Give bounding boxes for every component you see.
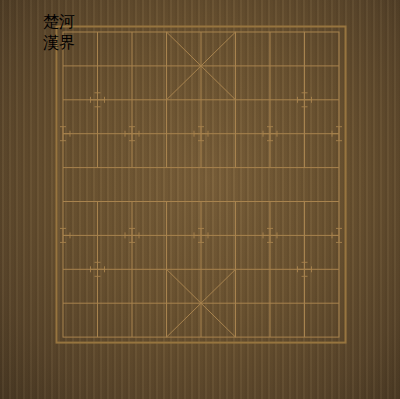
river-label-right: 漢界 — [43, 33, 357, 54]
river-label-left: 楚河 — [43, 12, 357, 33]
xiangqi-board: 楚河 漢界 — [43, 12, 357, 362]
app-background: { "game": "xiangqi", "position": { "fen"… — [0, 0, 400, 399]
